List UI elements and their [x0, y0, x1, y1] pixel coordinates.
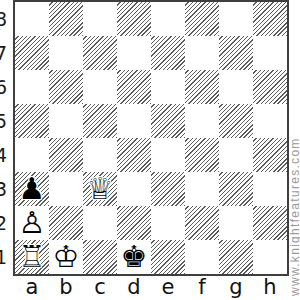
square-d3[interactable]: [117, 172, 151, 206]
square-a7[interactable]: [15, 36, 49, 70]
square-h3[interactable]: [253, 172, 287, 206]
square-a1[interactable]: ♜♖: [15, 240, 49, 274]
square-a5[interactable]: [15, 104, 49, 138]
square-b7[interactable]: [49, 36, 83, 70]
square-g7[interactable]: [219, 36, 253, 70]
piece-white-king: ♔: [49, 240, 83, 274]
rank-label-2: 2: [0, 206, 8, 240]
file-label-a: a: [15, 274, 49, 300]
square-b5[interactable]: [49, 104, 83, 138]
square-a8[interactable]: [15, 2, 49, 36]
square-f1[interactable]: [185, 240, 219, 274]
square-h1[interactable]: [253, 240, 287, 274]
square-h8[interactable]: [253, 2, 287, 36]
watermark: www.knightfeatures.com: [288, 91, 300, 296]
square-b4[interactable]: [49, 138, 83, 172]
square-b1[interactable]: ♚♔: [49, 240, 83, 274]
square-a4[interactable]: [15, 138, 49, 172]
square-c6[interactable]: [83, 70, 117, 104]
square-d6[interactable]: [117, 70, 151, 104]
piece-black-pawn: ♟: [15, 172, 49, 206]
square-f7[interactable]: [185, 36, 219, 70]
rank-label-7: 7: [0, 36, 8, 70]
square-b8[interactable]: [49, 2, 83, 36]
square-e8[interactable]: [151, 2, 185, 36]
square-d1[interactable]: ♚♚: [117, 240, 151, 274]
square-h7[interactable]: [253, 36, 287, 70]
square-f5[interactable]: [185, 104, 219, 138]
rank-labels: 87654321: [0, 2, 8, 274]
square-d4[interactable]: [117, 138, 151, 172]
square-e2[interactable]: [151, 206, 185, 240]
piece-halo: ♛: [83, 172, 117, 206]
square-e5[interactable]: [151, 104, 185, 138]
chess-board: CN.702 ♟♟♛♕♟♙♜♖♚♔♚♚: [13, 0, 289, 276]
piece-halo: ♟: [15, 206, 49, 240]
square-h2[interactable]: [253, 206, 287, 240]
piece-halo: ♚: [117, 240, 151, 274]
square-g2[interactable]: [219, 206, 253, 240]
piece-white-rook: ♖: [15, 240, 49, 274]
square-a2[interactable]: ♟♙: [15, 206, 49, 240]
rank-label-4: 4: [0, 138, 8, 172]
square-d7[interactable]: [117, 36, 151, 70]
rank-label-1: 1: [0, 240, 8, 274]
square-e4[interactable]: [151, 138, 185, 172]
file-labels: abcdefgh: [15, 274, 287, 300]
square-c3[interactable]: ♛♕: [83, 172, 117, 206]
square-h5[interactable]: [253, 104, 287, 138]
file-label-b: b: [49, 274, 83, 300]
piece-halo: ♟: [15, 172, 49, 206]
square-c8[interactable]: [83, 2, 117, 36]
square-a3[interactable]: ♟♟: [15, 172, 49, 206]
piece-white-pawn: ♙: [15, 206, 49, 240]
square-e3[interactable]: [151, 172, 185, 206]
square-g5[interactable]: [219, 104, 253, 138]
square-e6[interactable]: [151, 70, 185, 104]
square-c1[interactable]: [83, 240, 117, 274]
square-c4[interactable]: [83, 138, 117, 172]
square-c7[interactable]: [83, 36, 117, 70]
file-label-h: h: [253, 274, 287, 300]
square-d2[interactable]: [117, 206, 151, 240]
rank-label-8: 8: [0, 2, 8, 36]
square-b2[interactable]: [49, 206, 83, 240]
piece-halo: ♚: [49, 240, 83, 274]
square-c2[interactable]: [83, 206, 117, 240]
square-b6[interactable]: [49, 70, 83, 104]
rank-label-5: 5: [0, 104, 8, 138]
file-label-f: f: [185, 274, 219, 300]
square-f2[interactable]: [185, 206, 219, 240]
square-f8[interactable]: [185, 2, 219, 36]
square-g1[interactable]: [219, 240, 253, 274]
square-e1[interactable]: [151, 240, 185, 274]
square-d8[interactable]: [117, 2, 151, 36]
square-g4[interactable]: [219, 138, 253, 172]
file-label-d: d: [117, 274, 151, 300]
file-label-g: g: [219, 274, 253, 300]
square-f4[interactable]: [185, 138, 219, 172]
square-e7[interactable]: [151, 36, 185, 70]
square-d5[interactable]: [117, 104, 151, 138]
piece-black-king: ♚: [117, 240, 151, 274]
square-h6[interactable]: [253, 70, 287, 104]
square-f3[interactable]: [185, 172, 219, 206]
square-h4[interactable]: [253, 138, 287, 172]
square-c5[interactable]: [83, 104, 117, 138]
square-g6[interactable]: [219, 70, 253, 104]
piece-white-queen: ♕: [83, 172, 117, 206]
square-a6[interactable]: [15, 70, 49, 104]
file-label-e: e: [151, 274, 185, 300]
square-g3[interactable]: [219, 172, 253, 206]
square-b3[interactable]: [49, 172, 83, 206]
square-f6[interactable]: [185, 70, 219, 104]
chess-diagram: 87654321 CN.702 ♟♟♛♕♟♙♜♖♚♔♚♚ abcdefgh ww…: [0, 0, 300, 300]
rank-label-3: 3: [0, 172, 8, 206]
square-g8[interactable]: [219, 2, 253, 36]
rank-label-6: 6: [0, 70, 8, 104]
piece-halo: ♜: [15, 240, 49, 274]
file-label-c: c: [83, 274, 117, 300]
